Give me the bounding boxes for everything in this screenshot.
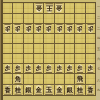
board-cell[interactable] bbox=[55, 14, 64, 23]
board-cell[interactable]: 歩 bbox=[34, 64, 43, 73]
rank-label: 二 bbox=[97, 17, 100, 20]
piece-white-pawn[interactable]: 歩 bbox=[35, 24, 42, 33]
piece-black-pawn[interactable]: 歩 bbox=[56, 64, 63, 73]
board-cell[interactable]: 金 bbox=[55, 85, 64, 95]
board-cell[interactable]: 角 bbox=[13, 74, 22, 84]
piece-white-king[interactable]: 王 bbox=[45, 3, 54, 13]
piece-black-silver[interactable]: 銀 bbox=[66, 85, 74, 95]
board-cell[interactable]: 歩 bbox=[13, 64, 22, 73]
board-cell[interactable]: 飛 bbox=[75, 74, 84, 84]
rank-label: 八 bbox=[97, 79, 100, 82]
board-cell[interactable] bbox=[34, 54, 43, 63]
board-left-edge bbox=[0, 0, 3, 100]
board-cell[interactable]: 金 bbox=[34, 3, 43, 13]
board-cell[interactable] bbox=[86, 54, 95, 63]
board-cell[interactable]: 歩 bbox=[86, 24, 95, 33]
board-cell[interactable] bbox=[75, 14, 84, 23]
board-cell[interactable] bbox=[24, 74, 33, 84]
piece-black-pawn[interactable]: 歩 bbox=[4, 64, 11, 73]
piece-black-pawn[interactable]: 歩 bbox=[76, 64, 83, 73]
board-cell[interactable]: 歩 bbox=[44, 64, 53, 73]
board-cell[interactable]: 歩 bbox=[86, 64, 95, 73]
board-cell[interactable]: 歩 bbox=[55, 64, 64, 73]
piece-black-pawn[interactable]: 歩 bbox=[25, 64, 32, 73]
board-cell[interactable]: 歩 bbox=[3, 64, 12, 73]
board-cell[interactable] bbox=[65, 14, 74, 23]
piece-black-pawn[interactable]: 歩 bbox=[14, 64, 21, 73]
board-cell[interactable]: 銀 bbox=[24, 85, 33, 95]
piece-white-pawn[interactable]: 歩 bbox=[76, 24, 83, 33]
board-cell[interactable]: 歩 bbox=[55, 24, 64, 33]
rank-label: 九 bbox=[97, 89, 100, 92]
board-cell[interactable]: 歩 bbox=[24, 64, 33, 73]
piece-black-pawn[interactable]: 歩 bbox=[45, 64, 52, 73]
board-cell[interactable] bbox=[24, 34, 33, 43]
rank-label: 四 bbox=[97, 38, 100, 41]
board-cell[interactable] bbox=[55, 54, 64, 63]
board-cell[interactable] bbox=[34, 14, 43, 23]
board-cell[interactable] bbox=[13, 44, 22, 53]
board-cell[interactable] bbox=[24, 3, 33, 13]
piece-black-rook[interactable]: 飛 bbox=[76, 74, 84, 84]
board-cell[interactable] bbox=[34, 34, 43, 43]
board-cell[interactable]: 歩 bbox=[75, 64, 84, 73]
piece-white-gold[interactable]: 金 bbox=[35, 3, 43, 13]
board-cell[interactable] bbox=[75, 54, 84, 63]
board-cell[interactable] bbox=[44, 74, 53, 84]
board-cell[interactable]: 歩 bbox=[65, 24, 74, 33]
board-cell[interactable] bbox=[3, 14, 12, 23]
board-grid: 金王金歩歩歩歩歩歩歩歩歩歩歩歩歩歩歩歩歩歩角飛香桂銀金玉金銀桂香 bbox=[2, 2, 96, 96]
board-cell[interactable] bbox=[65, 54, 74, 63]
piece-black-lance[interactable]: 香 bbox=[86, 85, 94, 95]
piece-black-gold[interactable]: 金 bbox=[35, 85, 43, 95]
shogi-board: 金王金歩歩歩歩歩歩歩歩歩歩歩歩歩歩歩歩歩歩角飛香桂銀金玉金銀桂香 一二三四五六七… bbox=[0, 0, 100, 100]
piece-black-knight[interactable]: 桂 bbox=[76, 85, 84, 95]
board-cell[interactable] bbox=[44, 54, 53, 63]
board-cell[interactable]: 歩 bbox=[3, 24, 12, 33]
board-cell[interactable] bbox=[86, 44, 95, 53]
board-cell[interactable] bbox=[65, 34, 74, 43]
board-cell[interactable] bbox=[86, 14, 95, 23]
board-cell[interactable] bbox=[65, 3, 74, 13]
board-cell[interactable] bbox=[13, 54, 22, 63]
piece-white-gold[interactable]: 金 bbox=[55, 3, 63, 13]
rank-label: 一 bbox=[97, 7, 100, 10]
board-cell[interactable] bbox=[3, 34, 12, 43]
board-cell[interactable] bbox=[24, 44, 33, 53]
piece-black-bishop[interactable]: 角 bbox=[14, 74, 22, 84]
piece-white-pawn[interactable]: 歩 bbox=[87, 24, 94, 33]
board-cell[interactable]: 香 bbox=[3, 85, 12, 95]
rank-label: 六 bbox=[97, 58, 100, 61]
board-cell[interactable] bbox=[86, 34, 95, 43]
board-cell[interactable]: 歩 bbox=[13, 24, 22, 33]
board-cell[interactable] bbox=[3, 44, 12, 53]
board-cell[interactable]: 金 bbox=[55, 3, 64, 13]
rank-label: 五 bbox=[97, 48, 100, 51]
board-cell[interactable] bbox=[34, 74, 43, 84]
board-cell[interactable] bbox=[75, 44, 84, 53]
piece-white-pawn[interactable]: 歩 bbox=[14, 24, 21, 33]
piece-white-pawn[interactable]: 歩 bbox=[4, 24, 11, 33]
board-cell[interactable] bbox=[13, 3, 22, 13]
board-cell[interactable] bbox=[24, 54, 33, 63]
board-cell[interactable] bbox=[34, 44, 43, 53]
board-cell[interactable] bbox=[65, 74, 74, 84]
piece-black-pawn[interactable]: 歩 bbox=[35, 64, 42, 73]
piece-black-pawn[interactable]: 歩 bbox=[87, 64, 94, 73]
board-cell[interactable]: 王 bbox=[44, 3, 53, 13]
piece-black-silver[interactable]: 銀 bbox=[24, 85, 32, 95]
board-cell[interactable]: 歩 bbox=[24, 24, 33, 33]
board-cell[interactable] bbox=[3, 74, 12, 84]
piece-white-pawn[interactable]: 歩 bbox=[45, 24, 52, 33]
piece-black-lance[interactable]: 香 bbox=[4, 85, 12, 95]
board-cell[interactable] bbox=[44, 44, 53, 53]
piece-black-king[interactable]: 玉 bbox=[45, 85, 54, 95]
board-cell[interactable]: 歩 bbox=[34, 24, 43, 33]
board-cell[interactable] bbox=[44, 14, 53, 23]
board-cell[interactable]: 銀 bbox=[65, 85, 74, 95]
rank-label: 七 bbox=[97, 69, 100, 72]
board-cell[interactable] bbox=[75, 3, 84, 13]
board-cell[interactable]: 歩 bbox=[44, 24, 53, 33]
board-cell[interactable] bbox=[13, 14, 22, 23]
piece-black-gold[interactable]: 金 bbox=[55, 85, 63, 95]
board-cell[interactable] bbox=[86, 74, 95, 84]
board-cell[interactable]: 歩 bbox=[75, 24, 84, 33]
board-cell[interactable]: 桂 bbox=[75, 85, 84, 95]
board-cell[interactable] bbox=[86, 3, 95, 13]
board-cell[interactable] bbox=[3, 3, 12, 13]
board-cell[interactable]: 金 bbox=[34, 85, 43, 95]
board-cell[interactable] bbox=[75, 34, 84, 43]
piece-black-pawn[interactable]: 歩 bbox=[66, 64, 73, 73]
piece-white-pawn[interactable]: 歩 bbox=[66, 24, 73, 33]
board-cell[interactable] bbox=[24, 14, 33, 23]
piece-white-pawn[interactable]: 歩 bbox=[56, 24, 63, 33]
piece-black-knight[interactable]: 桂 bbox=[14, 85, 22, 95]
piece-white-pawn[interactable]: 歩 bbox=[25, 24, 32, 33]
board-cell[interactable]: 歩 bbox=[65, 64, 74, 73]
board-cell[interactable] bbox=[44, 34, 53, 43]
board-cell[interactable] bbox=[65, 44, 74, 53]
board-cell[interactable] bbox=[55, 74, 64, 84]
board-cell[interactable]: 玉 bbox=[44, 85, 53, 95]
board-cell[interactable]: 桂 bbox=[13, 85, 22, 95]
board-cell[interactable] bbox=[3, 54, 12, 63]
board-cell[interactable] bbox=[13, 34, 22, 43]
rank-label: 三 bbox=[97, 27, 100, 30]
board-cell[interactable] bbox=[55, 34, 64, 43]
board-cell[interactable] bbox=[55, 44, 64, 53]
board-cell[interactable]: 香 bbox=[86, 85, 95, 95]
